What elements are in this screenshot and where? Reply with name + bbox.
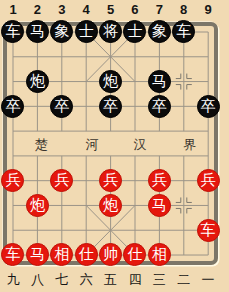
file-label-bottom: 七 [50, 272, 74, 288]
red-soldier[interactable]: 兵 [99, 169, 122, 192]
file-label-bottom: 一 [196, 272, 220, 288]
file-label-bottom: 三 [147, 272, 171, 288]
red-soldier[interactable]: 兵 [148, 169, 171, 192]
red-cannon[interactable]: 炮 [26, 194, 49, 217]
black-soldier[interactable]: 卒 [148, 95, 171, 118]
xiangqi-board: 1 2 3 4 5 6 7 8 9 楚 河 汉 界 车马象士将士象车炮炮马卒卒卒… [0, 0, 229, 292]
file-label-bottom: 四 [123, 272, 147, 288]
red-chariot[interactable]: 车 [1, 243, 24, 266]
red-soldier[interactable]: 兵 [197, 169, 220, 192]
red-horse[interactable]: 马 [26, 243, 49, 266]
red-soldier[interactable]: 兵 [1, 169, 24, 192]
black-horse[interactable]: 马 [148, 70, 171, 93]
red-advisor[interactable]: 仕 [123, 243, 146, 266]
black-chariot[interactable]: 车 [1, 20, 24, 43]
black-elephant[interactable]: 象 [50, 20, 73, 43]
black-soldier[interactable]: 卒 [1, 95, 24, 118]
red-horse[interactable]: 马 [148, 194, 171, 217]
black-advisor[interactable]: 士 [123, 20, 146, 43]
red-elephant[interactable]: 相 [148, 243, 171, 266]
file-label-bottom: 八 [25, 272, 49, 288]
file-label-bottom: 九 [1, 272, 25, 288]
black-cannon[interactable]: 炮 [99, 70, 122, 93]
black-cannon[interactable]: 炮 [26, 70, 49, 93]
red-cannon[interactable]: 炮 [99, 194, 122, 217]
black-chariot[interactable]: 车 [172, 20, 195, 43]
red-advisor[interactable]: 仕 [75, 243, 98, 266]
black-soldier[interactable]: 卒 [99, 95, 122, 118]
black-elephant[interactable]: 象 [148, 20, 171, 43]
board-intersections: 车马象士将士象车炮炮马卒卒卒卒卒兵兵兵兵兵炮炮马车车马相仕帅仕相 [1, 20, 221, 268]
file-label-bottom: 五 [98, 272, 122, 288]
file-label-bottom: 六 [74, 272, 98, 288]
black-advisor[interactable]: 士 [75, 20, 98, 43]
file-labels-bottom: 九 八 七 六 五 四 三 二 一 [1, 272, 221, 288]
red-general[interactable]: 帅 [99, 243, 122, 266]
black-horse[interactable]: 马 [26, 20, 49, 43]
red-elephant[interactable]: 相 [50, 243, 73, 266]
red-soldier[interactable]: 兵 [50, 169, 73, 192]
red-chariot[interactable]: 车 [197, 219, 220, 242]
black-general[interactable]: 将 [99, 20, 122, 43]
black-soldier[interactable]: 卒 [197, 95, 220, 118]
file-label-bottom: 二 [172, 272, 196, 288]
black-soldier[interactable]: 卒 [50, 95, 73, 118]
